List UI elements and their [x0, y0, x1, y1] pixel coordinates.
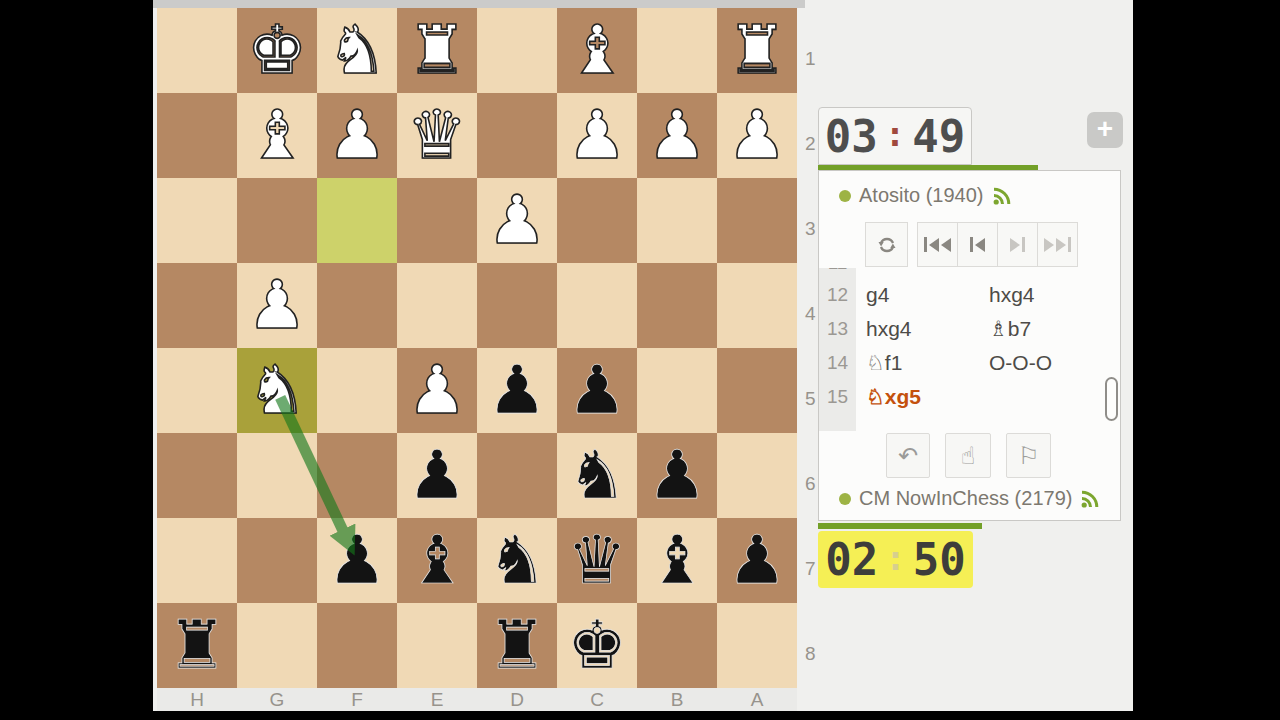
- square-g6[interactable]: [237, 433, 317, 518]
- piece-bP-c5[interactable]: ♟: [567, 348, 627, 433]
- square-e8[interactable]: [397, 603, 477, 688]
- file-label-C: C: [557, 688, 637, 711]
- square-c6[interactable]: ♞: [557, 433, 637, 518]
- square-e4[interactable]: [397, 263, 477, 348]
- square-f8[interactable]: [317, 603, 397, 688]
- rank-label-1: 1: [805, 48, 823, 70]
- rank-label-8: 8: [805, 643, 823, 665]
- opponent-player[interactable]: Atosito (1940): [839, 184, 1012, 207]
- go-next-button[interactable]: [997, 222, 1038, 267]
- square-g8[interactable]: [237, 603, 317, 688]
- square-b2[interactable]: ♟: [637, 93, 717, 178]
- opponent-clock: 03 : 49: [818, 107, 972, 165]
- broadcast-icon: [992, 186, 1012, 206]
- file-label-B: B: [637, 688, 717, 711]
- board-top-strip: [153, 0, 805, 8]
- move-white[interactable]: ♘f1: [856, 351, 989, 375]
- square-c7[interactable]: ♛: [557, 518, 637, 603]
- resign-button[interactable]: ⚐: [1006, 433, 1051, 478]
- piece-wB-c1[interactable]: ♝: [567, 8, 627, 93]
- square-d6[interactable]: [477, 433, 557, 518]
- piece-bP-a7[interactable]: ♟: [727, 518, 787, 603]
- move-row: 13hxg4♗b7: [819, 312, 1120, 346]
- piece-wR-e1[interactable]: ♜: [407, 8, 467, 93]
- undo-icon: ↶: [898, 442, 918, 470]
- square-d1[interactable]: [477, 8, 557, 93]
- piece-wN-f1[interactable]: ♞: [327, 8, 387, 93]
- square-b4[interactable]: [637, 263, 717, 348]
- square-b7[interactable]: ♝: [637, 518, 717, 603]
- square-g3[interactable]: [237, 178, 317, 263]
- piece-wP-b2[interactable]: ♟: [647, 93, 707, 178]
- piece-wP-g4[interactable]: ♟: [247, 263, 307, 348]
- file-label-D: D: [477, 688, 557, 711]
- piece-wB-g2[interactable]: ♝: [247, 93, 307, 178]
- move-list-scrollbar[interactable]: [1105, 377, 1118, 421]
- clock-colon: :: [885, 114, 905, 154]
- move-black[interactable]: O-O-O: [989, 351, 1052, 375]
- player-clock: 02 : 50: [818, 531, 973, 588]
- player-self[interactable]: CM NowInChess (2179): [839, 487, 1100, 510]
- square-f4[interactable]: [317, 263, 397, 348]
- game-actions: ↶ ☝ ⚐: [819, 433, 1120, 478]
- piece-bR-h8[interactable]: ♜: [167, 603, 227, 688]
- square-h5[interactable]: [157, 348, 237, 433]
- square-f3[interactable]: [317, 178, 397, 263]
- square-h3[interactable]: [157, 178, 237, 263]
- hand-icon: ☝: [961, 442, 976, 470]
- online-dot: [839, 190, 851, 202]
- piece-bQ-c7[interactable]: ♛: [567, 518, 627, 603]
- square-a3[interactable]: [717, 178, 797, 263]
- game-panel: Atosito (1940): [818, 170, 1121, 521]
- square-b5[interactable]: [637, 348, 717, 433]
- square-c5[interactable]: ♟: [557, 348, 637, 433]
- piece-bP-e6[interactable]: ♟: [407, 433, 467, 518]
- square-e6[interactable]: ♟: [397, 433, 477, 518]
- square-a2[interactable]: ♟: [717, 93, 797, 178]
- clock-minutes: 03: [825, 111, 878, 162]
- square-g1[interactable]: ♚: [237, 8, 317, 93]
- file-labels: HGFEDCBA: [157, 688, 797, 711]
- square-h8[interactable]: ♜: [157, 603, 237, 688]
- square-b1[interactable]: [637, 8, 717, 93]
- piece-wP-d3[interactable]: ♟: [487, 178, 547, 263]
- square-g5[interactable]: ♞: [237, 348, 317, 433]
- go-first-button[interactable]: [917, 222, 958, 267]
- square-b6[interactable]: ♟: [637, 433, 717, 518]
- flag-icon: ⚐: [1018, 442, 1040, 470]
- piece-wP-c2[interactable]: ♟: [567, 93, 627, 178]
- square-e7[interactable]: ♝: [397, 518, 477, 603]
- piece-bB-e7[interactable]: ♝: [407, 518, 467, 603]
- square-b3[interactable]: [637, 178, 717, 263]
- square-h2[interactable]: [157, 93, 237, 178]
- square-a5[interactable]: [717, 348, 797, 433]
- square-a4[interactable]: [717, 263, 797, 348]
- player-clock-bar: [818, 523, 982, 529]
- piece-bP-f7[interactable]: ♟: [327, 518, 387, 603]
- square-e5[interactable]: ♟: [397, 348, 477, 433]
- next-move-icon: [1010, 238, 1020, 252]
- square-e1[interactable]: ♜: [397, 8, 477, 93]
- piece-bB-b7[interactable]: ♝: [647, 518, 707, 603]
- move-number: 13: [819, 318, 856, 340]
- move-row: 12g4hxg4: [819, 278, 1120, 312]
- piece-wP-a2[interactable]: ♟: [727, 93, 787, 178]
- flip-icon: [876, 234, 898, 256]
- piece-wN-g5[interactable]: ♞: [247, 348, 307, 433]
- square-g4[interactable]: ♟: [237, 263, 317, 348]
- online-dot: [839, 493, 851, 505]
- move-white[interactable]: g4: [856, 283, 989, 307]
- square-h6[interactable]: [157, 433, 237, 518]
- square-e2[interactable]: ♛: [397, 93, 477, 178]
- clock-minutes: 02: [825, 534, 878, 585]
- piece-wR-a1[interactable]: ♜: [727, 8, 787, 93]
- square-f6[interactable]: [317, 433, 397, 518]
- player-name: CM NowInChess (2179): [859, 487, 1072, 510]
- move-white[interactable]: hxg4: [856, 317, 989, 341]
- broadcast-icon: [1080, 489, 1100, 509]
- offer-draw-button[interactable]: ☝: [945, 433, 991, 478]
- square-b8[interactable]: [637, 603, 717, 688]
- chess-board: ♚♞♜♝♜♝♟♛♟♟♟♟♟♞♟♟♟♟♞♟♟♝♞♛♝♟♜♜♚ 12345678: [157, 8, 797, 688]
- move-black[interactable]: hxg4: [989, 283, 1035, 307]
- piece-wK-g1[interactable]: ♚: [247, 8, 307, 93]
- file-label-G: G: [237, 688, 317, 711]
- add-panel-button[interactable]: +: [1087, 112, 1123, 148]
- square-h4[interactable]: [157, 263, 237, 348]
- move-number: 11: [819, 268, 856, 274]
- go-previous-button[interactable]: [957, 222, 998, 267]
- square-h7[interactable]: [157, 518, 237, 603]
- file-label-H: H: [157, 688, 237, 711]
- move-row: 14♘f1O-O-O: [819, 346, 1120, 380]
- square-f1[interactable]: ♞: [317, 8, 397, 93]
- move-white[interactable]: ♘xg5: [856, 385, 989, 409]
- move-row: 15♘xg5: [819, 380, 1120, 414]
- first-move-icon: [924, 237, 927, 252]
- square-c1[interactable]: ♝: [557, 8, 637, 93]
- piece-wP-e5[interactable]: ♟: [407, 348, 467, 433]
- square-a6[interactable]: [717, 433, 797, 518]
- clock-seconds: 49: [912, 111, 965, 162]
- clock-seconds: 50: [913, 534, 966, 585]
- square-g7[interactable]: [237, 518, 317, 603]
- square-e3[interactable]: [397, 178, 477, 263]
- square-a1[interactable]: ♜: [717, 8, 797, 93]
- last-move-icon: [1044, 238, 1054, 252]
- square-f2[interactable]: ♟: [317, 93, 397, 178]
- piece-wQ-e2[interactable]: ♛: [407, 93, 467, 178]
- square-d7[interactable]: ♞: [477, 518, 557, 603]
- move-list: 1112g4hxg413hxg4♗b714♘f1O-O-O15♘xg5: [819, 268, 1120, 431]
- piece-bN-d7[interactable]: ♞: [487, 518, 547, 603]
- piece-bR-d8[interactable]: ♜: [487, 603, 547, 688]
- board-grid: ♚♞♜♝♜♝♟♛♟♟♟♟♟♞♟♟♟♟♞♟♟♝♞♛♝♟♜♜♚: [157, 8, 797, 688]
- takeback-button[interactable]: ↶: [886, 433, 930, 478]
- square-c4[interactable]: [557, 263, 637, 348]
- app-content: ♚♞♜♝♜♝♟♛♟♟♟♟♟♞♟♟♟♟♞♟♟♝♞♛♝♟♜♜♚ 12345678 H…: [153, 0, 1133, 711]
- square-d4[interactable]: [477, 263, 557, 348]
- move-navigation: [819, 222, 1120, 267]
- player-name: Atosito (1940): [859, 184, 984, 207]
- square-c3[interactable]: [557, 178, 637, 263]
- square-c8[interactable]: ♚: [557, 603, 637, 688]
- move-number: 15: [819, 386, 856, 408]
- previous-move-icon: [970, 237, 973, 252]
- file-label-E: E: [397, 688, 477, 711]
- square-h1[interactable]: [157, 8, 237, 93]
- go-last-button[interactable]: [1037, 222, 1078, 267]
- square-d2[interactable]: [477, 93, 557, 178]
- piece-bP-b6[interactable]: ♟: [647, 433, 707, 518]
- square-d3[interactable]: ♟: [477, 178, 557, 263]
- square-c2[interactable]: ♟: [557, 93, 637, 178]
- piece-bN-c6[interactable]: ♞: [567, 433, 627, 518]
- clock-colon: :: [885, 538, 905, 578]
- file-label-A: A: [717, 688, 797, 711]
- square-f7[interactable]: ♟: [317, 518, 397, 603]
- square-d5[interactable]: ♟: [477, 348, 557, 433]
- piece-bP-d5[interactable]: ♟: [487, 348, 547, 433]
- square-d8[interactable]: ♜: [477, 603, 557, 688]
- flip-board-button[interactable]: [865, 222, 908, 267]
- square-a7[interactable]: ♟: [717, 518, 797, 603]
- piece-bK-c8[interactable]: ♚: [567, 603, 627, 688]
- square-g2[interactable]: ♝: [237, 93, 317, 178]
- file-label-F: F: [317, 688, 397, 711]
- square-f5[interactable]: [317, 348, 397, 433]
- move-black[interactable]: ♗b7: [989, 317, 1031, 341]
- move-number: 12: [819, 284, 856, 306]
- move-number: 14: [819, 352, 856, 374]
- piece-wP-f2[interactable]: ♟: [327, 93, 387, 178]
- square-a8[interactable]: [717, 603, 797, 688]
